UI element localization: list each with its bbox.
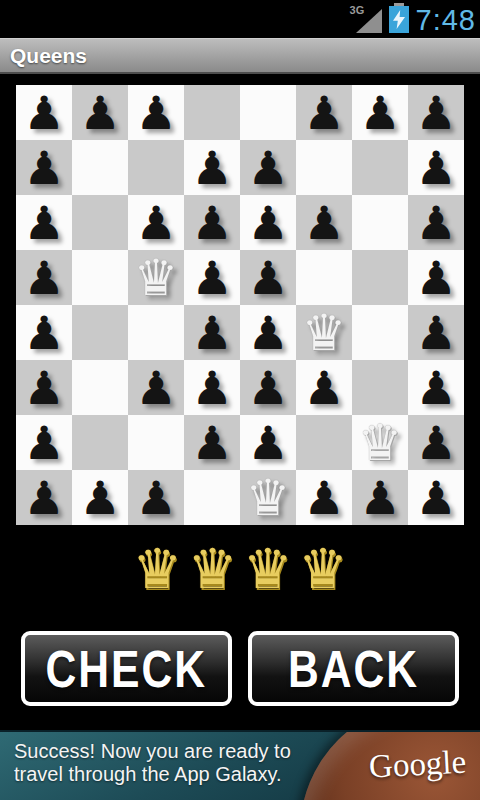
board-cell-r6c3[interactable]: ♟: [128, 360, 184, 415]
black-pawn: ♟: [415, 255, 456, 301]
board-cell-r8c8[interactable]: ♟: [408, 470, 464, 525]
board-cell-r1c8[interactable]: ♟: [408, 85, 464, 140]
status-clock: 7:48: [416, 5, 476, 35]
black-pawn: ♟: [79, 90, 120, 136]
board-cell-r5c2[interactable]: [72, 305, 128, 360]
board-cell-r4c8[interactable]: ♟: [408, 250, 464, 305]
signal-triangle-icon: [356, 9, 382, 33]
board-cell-r6c8[interactable]: ♟: [408, 360, 464, 415]
board-cell-r8c3[interactable]: ♟: [128, 470, 184, 525]
board-cell-r2c2[interactable]: [72, 140, 128, 195]
black-pawn: ♟: [247, 145, 288, 191]
black-pawn: ♟: [79, 475, 120, 521]
black-pawn: ♟: [415, 200, 456, 246]
board-cell-r4c6[interactable]: [296, 250, 352, 305]
signal-strength-icon: 3G: [348, 5, 382, 35]
board-cell-r3c3[interactable]: ♟: [128, 195, 184, 250]
check-button[interactable]: CHECK: [21, 631, 232, 706]
board-cell-r2c6[interactable]: [296, 140, 352, 195]
black-pawn: ♟: [23, 365, 64, 411]
tray-queen: ♛: [188, 542, 237, 597]
board-cell-r5c8[interactable]: ♟: [408, 305, 464, 360]
white-queen: ♛: [358, 418, 403, 468]
board-cell-r1c2[interactable]: ♟: [72, 85, 128, 140]
board-cell-r1c7[interactable]: ♟: [352, 85, 408, 140]
black-pawn: ♟: [415, 310, 456, 356]
board-cell-r5c3[interactable]: [128, 305, 184, 360]
black-pawn: ♟: [191, 255, 232, 301]
check-button-label: CHECK: [46, 643, 207, 695]
board-cell-r6c5[interactable]: ♟: [240, 360, 296, 415]
battery-charging-icon: [389, 3, 409, 35]
board-cell-r7c4[interactable]: ♟: [184, 415, 240, 470]
board-cell-r3c8[interactable]: ♟: [408, 195, 464, 250]
board-cell-r1c6[interactable]: ♟: [296, 85, 352, 140]
black-pawn: ♟: [191, 200, 232, 246]
black-pawn: ♟: [191, 310, 232, 356]
black-pawn: ♟: [359, 475, 400, 521]
board-cell-r8c7[interactable]: ♟: [352, 470, 408, 525]
board-cell-r1c1[interactable]: ♟: [16, 85, 72, 140]
black-pawn: ♟: [23, 255, 64, 301]
board-cell-r1c5[interactable]: [240, 85, 296, 140]
ad-text: Success! Now you are ready to travel thr…: [14, 740, 291, 786]
black-pawn: ♟: [359, 90, 400, 136]
ad-text-line2: travel through the App Galaxy.: [14, 763, 291, 786]
black-pawn: ♟: [247, 255, 288, 301]
black-pawn: ♟: [303, 475, 344, 521]
board-cell-r7c2[interactable]: [72, 415, 128, 470]
board-cell-r7c7[interactable]: ♛: [352, 415, 408, 470]
battery-body: [389, 6, 409, 33]
board-cell-r2c1[interactable]: ♟: [16, 140, 72, 195]
ad-banner[interactable]: Success! Now you are ready to travel thr…: [0, 730, 480, 800]
board-cell-r8c6[interactable]: ♟: [296, 470, 352, 525]
board-cell-r5c1[interactable]: ♟: [16, 305, 72, 360]
black-pawn: ♟: [135, 475, 176, 521]
ad-text-line1: Success! Now you are ready to: [14, 740, 291, 763]
black-pawn: ♟: [191, 420, 232, 466]
board-cell-r5c6[interactable]: ♛: [296, 305, 352, 360]
board-cell-r4c4[interactable]: ♟: [184, 250, 240, 305]
black-pawn: ♟: [191, 145, 232, 191]
status-icons: 3G 7:48: [348, 3, 476, 35]
board-cell-r3c4[interactable]: ♟: [184, 195, 240, 250]
board-cell-r6c1[interactable]: ♟: [16, 360, 72, 415]
board-cell-r7c1[interactable]: ♟: [16, 415, 72, 470]
board-cell-r2c8[interactable]: ♟: [408, 140, 464, 195]
board-cell-r5c5[interactable]: ♟: [240, 305, 296, 360]
board-cell-r8c5[interactable]: ♛: [240, 470, 296, 525]
board-cell-r4c5[interactable]: ♟: [240, 250, 296, 305]
board-cell-r2c5[interactable]: ♟: [240, 140, 296, 195]
board-cell-r2c7[interactable]: [352, 140, 408, 195]
board-cell-r7c5[interactable]: ♟: [240, 415, 296, 470]
google-logo: Google: [368, 745, 467, 783]
black-pawn: ♟: [191, 365, 232, 411]
black-pawn: ♟: [247, 365, 288, 411]
board-cell-r1c3[interactable]: ♟: [128, 85, 184, 140]
board-cell-r7c8[interactable]: ♟: [408, 415, 464, 470]
board-cell-r6c7[interactable]: [352, 360, 408, 415]
board-cell-r8c1[interactable]: ♟: [16, 470, 72, 525]
page-title: Queens: [0, 44, 87, 68]
white-queen: ♛: [302, 308, 347, 358]
white-queen: ♛: [134, 253, 179, 303]
back-button[interactable]: BACK: [248, 631, 459, 706]
back-button-label: BACK: [288, 643, 419, 695]
board-cell-r4c3[interactable]: ♛: [128, 250, 184, 305]
tray-queen: ♛: [298, 542, 347, 597]
board-cell-r3c2[interactable]: [72, 195, 128, 250]
black-pawn: ♟: [415, 420, 456, 466]
black-pawn: ♟: [303, 200, 344, 246]
board-cell-r1c4[interactable]: [184, 85, 240, 140]
black-pawn: ♟: [23, 420, 64, 466]
board-cell-r8c4[interactable]: [184, 470, 240, 525]
chess-board: ♟♟♟♟♟♟♟♟♟♟♟♟♟♟♟♟♟♛♟♟♟♟♟♟♛♟♟♟♟♟♟♟♟♟♟♛♟♟♟♟…: [16, 85, 464, 525]
black-pawn: ♟: [247, 200, 288, 246]
board-cell-r3c1[interactable]: ♟: [16, 195, 72, 250]
black-pawn: ♟: [415, 90, 456, 136]
board-cell-r5c4[interactable]: ♟: [184, 305, 240, 360]
status-bar: 3G 7:48: [0, 0, 480, 38]
board-cell-r3c7[interactable]: [352, 195, 408, 250]
black-pawn: ♟: [303, 90, 344, 136]
board-cell-r7c6[interactable]: [296, 415, 352, 470]
board-cell-r6c6[interactable]: ♟: [296, 360, 352, 415]
black-pawn: ♟: [247, 310, 288, 356]
board-cell-r6c4[interactable]: ♟: [184, 360, 240, 415]
black-pawn: ♟: [135, 200, 176, 246]
board-cell-r7c3[interactable]: [128, 415, 184, 470]
black-pawn: ♟: [247, 420, 288, 466]
black-pawn: ♟: [303, 365, 344, 411]
title-bar: Queens: [0, 38, 480, 74]
queen-tray: ♛♛♛♛: [0, 538, 480, 600]
black-pawn: ♟: [23, 310, 64, 356]
white-queen: ♛: [246, 473, 291, 523]
black-pawn: ♟: [23, 200, 64, 246]
board-cell-r4c2[interactable]: [72, 250, 128, 305]
board-cell-r6c2[interactable]: [72, 360, 128, 415]
black-pawn: ♟: [23, 475, 64, 521]
black-pawn: ♟: [415, 475, 456, 521]
board-cell-r4c1[interactable]: ♟: [16, 250, 72, 305]
lightning-bolt-icon: [393, 9, 405, 30]
board-cell-r4c7[interactable]: [352, 250, 408, 305]
black-pawn: ♟: [23, 145, 64, 191]
app-screen: 3G 7:48 Queens ♟♟♟♟♟♟♟♟♟♟♟♟♟♟♟♟♟♛♟♟♟♟♟♟♛…: [0, 0, 480, 800]
board-cell-r2c3[interactable]: [128, 140, 184, 195]
black-pawn: ♟: [135, 90, 176, 136]
tray-queen: ♛: [132, 542, 181, 597]
board-cell-r3c6[interactable]: ♟: [296, 195, 352, 250]
black-pawn: ♟: [135, 365, 176, 411]
board-cell-r8c2[interactable]: ♟: [72, 470, 128, 525]
board-cell-r2c4[interactable]: ♟: [184, 140, 240, 195]
tray-queen: ♛: [243, 542, 292, 597]
black-pawn: ♟: [415, 145, 456, 191]
black-pawn: ♟: [415, 365, 456, 411]
board-cell-r3c5[interactable]: ♟: [240, 195, 296, 250]
black-pawn: ♟: [23, 90, 64, 136]
board-cell-r5c7[interactable]: [352, 305, 408, 360]
